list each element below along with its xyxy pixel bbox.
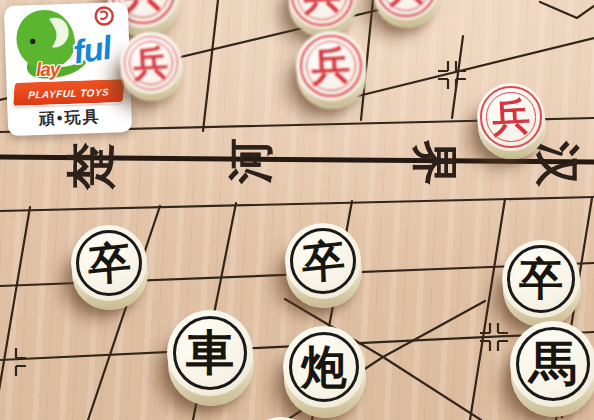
piece-ring: 炮 — [289, 332, 360, 403]
file-line — [0, 207, 30, 420]
rank-line — [350, 38, 594, 98]
file-line — [470, 199, 505, 420]
xiangqi-piece-black-soldier-2[interactable]: 卒 — [285, 223, 361, 299]
piece-face: 兵 — [296, 31, 366, 101]
logo-art: lay ful — [8, 4, 127, 82]
wordmark-ful: ful — [71, 29, 113, 72]
piece-character: 卒 — [301, 237, 345, 285]
piece-ring: 兵 — [124, 36, 178, 90]
piece-character: 兵 — [122, 0, 164, 13]
wordmark-lay: lay — [36, 58, 60, 81]
elephant-icon — [6, 2, 129, 82]
piece-face: 卒 — [285, 223, 361, 299]
logo-chinese-text: 頑•玩具 — [11, 103, 128, 132]
xiangqi-piece-black-horse[interactable]: 馬 — [510, 321, 594, 407]
river-char-楚: 楚 — [67, 142, 115, 190]
xiangqi-piece-black-chariot[interactable]: 車 — [167, 310, 253, 396]
piece-character: 兵 — [491, 97, 531, 137]
xiangqi-piece-black-cannon[interactable]: 炮 — [283, 326, 365, 408]
logo-card: lay ful PLAYFUL TOYS 頑•玩具 — [4, 2, 132, 136]
xiangqi-piece-red-soldier-cut-2[interactable]: 兵 — [288, 0, 356, 29]
piece-ring: 馬 — [516, 327, 590, 401]
piece-character: 馬 — [529, 340, 577, 388]
piece-character: 卒 — [519, 257, 563, 301]
logo-banner: PLAYFUL TOYS — [12, 78, 126, 107]
river-char-河: 河 — [227, 138, 273, 184]
piece-face: 兵 — [477, 83, 545, 151]
piece-character: 兵 — [302, 0, 342, 15]
playful-toys-logo: lay ful PLAYFUL TOYS 頑•玩具 — [4, 2, 132, 136]
xiangqi-piece-red-soldier-2[interactable]: 兵 — [296, 31, 366, 101]
river-char-界: 界 — [412, 140, 458, 186]
piece-face: 炮 — [283, 326, 365, 408]
piece-face: 卒 — [502, 240, 580, 318]
piece-character: 車 — [186, 329, 234, 377]
xiangqi-piece-red-soldier-cut-3[interactable]: 兵 — [373, 0, 439, 20]
piece-character: 卒 — [87, 239, 131, 287]
piece-face: 車 — [167, 310, 253, 396]
photo-stage: 楚河界汉 兵兵兵兵兵兵卒車卒炮卒馬 lay ful PLAYFUL TOYS 頑 — [0, 0, 594, 420]
xiangqi-piece-black-soldier-3[interactable]: 卒 — [502, 240, 580, 318]
file-line — [452, 36, 463, 118]
piece-ring: 卒 — [507, 245, 575, 313]
piece-ring: 卒 — [290, 228, 356, 294]
xiangqi-piece-black-soldier-1[interactable]: 卒 — [71, 225, 147, 301]
piece-ring: 卒 — [76, 230, 142, 296]
piece-ring: 兵 — [300, 35, 363, 98]
piece-ring: 兵 — [480, 86, 541, 147]
piece-ring: 車 — [173, 316, 247, 390]
piece-character: 兵 — [133, 45, 170, 82]
piece-character: 炮 — [301, 344, 347, 390]
logo-banner-text: PLAYFUL TOYS — [28, 87, 110, 101]
xiangqi-piece-red-soldier-3[interactable]: 兵 — [477, 83, 545, 151]
palace-corner-stub — [540, 2, 594, 18]
piece-face: 馬 — [510, 321, 594, 407]
piece-character: 兵 — [310, 45, 351, 86]
piece-face: 兵 — [120, 32, 182, 94]
file-line — [203, 0, 218, 131]
piece-face: 卒 — [71, 225, 147, 301]
piece-character: 兵 — [387, 0, 426, 6]
xiangqi-piece-red-soldier-1[interactable]: 兵 — [120, 32, 182, 94]
